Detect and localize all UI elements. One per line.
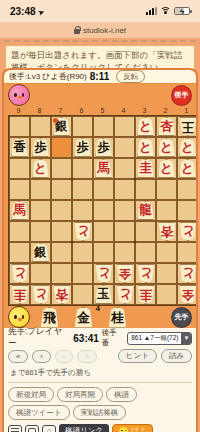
footer-toolbar: ⌂ 棋譜リンク ぴよ: [8, 424, 192, 432]
gote-avatar-chick-icon: [8, 84, 30, 106]
shogi-piece[interactable]: と: [179, 222, 197, 241]
board-cell[interactable]: と: [177, 263, 198, 284]
board-cell[interactable]: [72, 242, 93, 263]
shogi-piece[interactable]: 玉: [95, 285, 113, 304]
shogi-piece[interactable]: 歩: [95, 138, 113, 157]
shogi-piece[interactable]: 圭: [137, 159, 155, 178]
hand-piece[interactable]: 桂: [108, 307, 127, 328]
board-cell[interactable]: と: [156, 158, 177, 179]
hand-piece[interactable]: 金4: [74, 307, 93, 328]
battery-charging-icon: ϟ: [174, 7, 190, 15]
shogi-piece[interactable]: 圭: [11, 285, 29, 304]
board-cell[interactable]: [177, 200, 198, 221]
board-cell[interactable]: [156, 284, 177, 305]
shogi-piece[interactable]: 馬: [11, 201, 29, 220]
board-cell[interactable]: 香: [9, 137, 30, 158]
board-cell[interactable]: 玉: [93, 284, 114, 305]
board-cell[interactable]: [72, 179, 93, 200]
comment-button[interactable]: [25, 425, 39, 432]
board-cell[interactable]: と: [177, 158, 198, 179]
board-cell[interactable]: 圭: [9, 284, 30, 305]
star-point: [134, 241, 137, 244]
board-cell[interactable]: [114, 200, 135, 221]
chick-icon: [119, 427, 128, 432]
board-cell[interactable]: [9, 158, 30, 179]
nav-prev-button[interactable]: ‹: [32, 350, 51, 363]
gote-player-label: 後手:Lv3 ひよ香(R90): [9, 71, 87, 82]
game-card: 後手:Lv3 ひよ香(R90) 8:11 反転 後手 987654321 銀と杏…: [2, 68, 198, 432]
board-cell[interactable]: 銀: [51, 116, 72, 137]
shogi-piece[interactable]: と: [179, 264, 197, 283]
hint-button[interactable]: ヒント: [118, 349, 157, 363]
shogi-piece[interactable]: 歩: [32, 138, 50, 157]
sente-hand-tray: 飛金4桂 先手: [4, 306, 196, 328]
board-cell[interactable]: 杏: [156, 221, 177, 242]
sente-badge: 先手: [171, 307, 192, 328]
shogi-piece[interactable]: 杏: [53, 285, 71, 304]
board-cell[interactable]: と: [9, 263, 30, 284]
board-cell[interactable]: [51, 221, 72, 242]
flip-board-button[interactable]: 反転: [116, 70, 145, 83]
home-icon: ⌂: [46, 427, 51, 432]
board-cell[interactable]: [156, 263, 177, 284]
board-cell[interactable]: 圭: [135, 158, 156, 179]
hand-piece[interactable]: 飛: [40, 307, 59, 328]
shogi-piece[interactable]: 全: [116, 264, 134, 283]
current-move-label: 861 ▲7一銀(72): [128, 334, 181, 343]
board-cell[interactable]: 全: [177, 284, 198, 305]
mate-check-button[interactable]: 詰み: [161, 349, 192, 363]
lock-icon: [74, 29, 80, 34]
shogi-board[interactable]: 銀と杏王香歩歩歩とととと馬圭とと馬龍と杏と銀とと全とと圭と杏玉と圭全: [8, 115, 198, 306]
shogi-piece[interactable]: 圭: [137, 285, 155, 304]
shogi-piece[interactable]: 龍: [137, 201, 155, 220]
board-cell[interactable]: 銀: [30, 242, 51, 263]
board-cell[interactable]: [30, 200, 51, 221]
nav-next-button[interactable]: ›: [55, 350, 74, 363]
board-cell[interactable]: [93, 221, 114, 242]
board-cell[interactable]: [114, 116, 135, 137]
kifu-link-button[interactable]: 棋譜リンク: [59, 424, 109, 432]
board-cell[interactable]: 馬: [9, 200, 30, 221]
board-cell[interactable]: 圭: [135, 284, 156, 305]
board-cell[interactable]: [93, 242, 114, 263]
shogi-piece[interactable]: 全: [179, 285, 197, 304]
sente-hand-pieces[interactable]: 飛金4桂: [40, 307, 141, 328]
shogi-piece[interactable]: と: [158, 138, 176, 157]
turn-indicator: 後手番: [102, 328, 124, 348]
board-cell[interactable]: [114, 179, 135, 200]
board-cell[interactable]: [135, 221, 156, 242]
hand-piece-count: 4: [96, 304, 100, 313]
shogi-piece[interactable]: と: [158, 159, 176, 178]
board-cell[interactable]: [51, 179, 72, 200]
board-cell[interactable]: [30, 263, 51, 284]
app-banner-button[interactable]: ぴよ: [112, 424, 153, 432]
board-cell[interactable]: 全: [114, 263, 135, 284]
board-cell[interactable]: と: [135, 116, 156, 137]
shogi-piece[interactable]: と: [32, 285, 50, 304]
board-cell[interactable]: と: [156, 137, 177, 158]
board-cell[interactable]: と: [135, 263, 156, 284]
nav-first-button[interactable]: «: [8, 350, 28, 363]
file-label: 7: [50, 106, 71, 115]
board-cell[interactable]: と: [177, 137, 198, 158]
shogi-piece[interactable]: と: [179, 159, 197, 178]
board-cell[interactable]: [30, 221, 51, 242]
file-label: 6: [71, 106, 92, 115]
board-cell[interactable]: [156, 200, 177, 221]
board-cell[interactable]: [51, 242, 72, 263]
board-cell[interactable]: [177, 242, 198, 263]
board-cell[interactable]: [114, 242, 135, 263]
action-button[interactable]: 棋譜: [106, 387, 137, 402]
file-label: 2: [155, 106, 176, 115]
app-banner-label: ぴよ: [131, 426, 146, 432]
shogi-piece[interactable]: と: [137, 138, 155, 157]
shogi-piece[interactable]: と: [179, 138, 197, 157]
board-cell[interactable]: 歩: [30, 137, 51, 158]
file-label: 4: [113, 106, 134, 115]
status-bar: 23:48➤ ϟ: [0, 0, 200, 22]
sente-player-label: 先手:プレイヤー: [8, 326, 70, 350]
dashed-divider: [4, 40, 196, 42]
board-cell[interactable]: [135, 179, 156, 200]
action-button[interactable]: 棋譜ツイート: [8, 405, 70, 420]
shogi-piece[interactable]: 王: [179, 117, 197, 136]
action-button[interactable]: 新規対局: [8, 387, 54, 402]
board-cell[interactable]: [51, 263, 72, 284]
board-cell[interactable]: [72, 158, 93, 179]
shogi-piece[interactable]: 杏: [158, 222, 176, 241]
board-cell[interactable]: [177, 179, 198, 200]
board-cell[interactable]: [51, 200, 72, 221]
board-cell[interactable]: [30, 179, 51, 200]
shogi-piece[interactable]: 香: [11, 138, 29, 157]
board-cell[interactable]: [93, 179, 114, 200]
board-cell[interactable]: と: [30, 284, 51, 305]
control-panel: 先手:プレイヤー 63:41 後手番 861 ▲7一銀(72) ▼ « ‹ › …: [4, 328, 196, 432]
board-cell[interactable]: [156, 179, 177, 200]
shogi-piece[interactable]: 銀: [32, 243, 50, 262]
board-cell[interactable]: 龍: [135, 200, 156, 221]
action-buttons: 新規対局対局再開棋譜棋譜ツイート実戦詰将棋: [8, 382, 192, 420]
gote-hand-tray: 後手: [4, 84, 196, 106]
wifi-icon: [160, 7, 171, 15]
board-cell[interactable]: と: [93, 263, 114, 284]
board-cell[interactable]: [93, 116, 114, 137]
action-button[interactable]: 実戦詰将棋: [73, 405, 127, 420]
nav-last-button[interactable]: »: [77, 350, 97, 363]
board-cell[interactable]: [51, 137, 72, 158]
board-cell[interactable]: [114, 221, 135, 242]
sente-avatar-chick-icon: [8, 306, 30, 328]
board-cell[interactable]: 杏: [51, 284, 72, 305]
board-cell[interactable]: [72, 116, 93, 137]
star-point: [71, 178, 74, 181]
board-cell[interactable]: [72, 263, 93, 284]
gote-info-bar: 後手:Lv3 ひよ香(R90) 8:11 反転: [4, 70, 196, 84]
board-cell[interactable]: [9, 221, 30, 242]
board-cell[interactable]: [114, 137, 135, 158]
action-button[interactable]: 対局再開: [57, 387, 103, 402]
board-cell[interactable]: と: [114, 284, 135, 305]
hand-piece-tile: 金: [74, 307, 93, 328]
clock-time: 23:48: [10, 6, 36, 17]
board-cell[interactable]: [51, 158, 72, 179]
shogi-piece[interactable]: 歩: [74, 138, 92, 157]
shogi-piece[interactable]: 杏: [158, 117, 176, 136]
shogi-piece[interactable]: と: [137, 117, 155, 136]
board-cell[interactable]: [93, 200, 114, 221]
board-cell[interactable]: [156, 242, 177, 263]
dropdown-arrow-icon: ▼: [181, 333, 191, 344]
last-move-marker: [53, 118, 58, 123]
home-button[interactable]: ⌂: [42, 425, 56, 432]
gote-badge: 後手: [171, 85, 192, 106]
shogi-piece[interactable]: と: [32, 159, 50, 178]
board-cell[interactable]: と: [72, 221, 93, 242]
file-label: 9: [8, 106, 29, 115]
file-label: 8: [29, 106, 50, 115]
sente-clock: 63:41: [73, 333, 99, 344]
site-url: studiok-i.net: [83, 26, 126, 35]
browser-url-bar[interactable]: studiok-i.net: [0, 22, 200, 38]
board-cell[interactable]: 歩: [93, 137, 114, 158]
hand-piece-tile: 桂: [108, 307, 127, 328]
file-labels: 987654321: [4, 106, 196, 115]
speech-bubble-icon: [28, 428, 36, 432]
board-cell[interactable]: [135, 242, 156, 263]
menu-button[interactable]: [8, 425, 22, 432]
board-cell[interactable]: [9, 116, 30, 137]
board-cell[interactable]: 馬: [93, 158, 114, 179]
hamburger-icon: [11, 428, 19, 432]
board-cell[interactable]: と: [30, 158, 51, 179]
cellular-signal-icon: [146, 7, 157, 15]
board-cell[interactable]: と: [177, 221, 198, 242]
shogi-piece[interactable]: と: [74, 222, 92, 241]
star-point: [134, 178, 137, 181]
board-cell[interactable]: 杏: [156, 116, 177, 137]
board-cell[interactable]: [9, 242, 30, 263]
shogi-piece[interactable]: と: [116, 285, 134, 304]
board-cell[interactable]: 王: [177, 116, 198, 137]
board-cell[interactable]: [114, 158, 135, 179]
board-cell[interactable]: 歩: [72, 137, 93, 158]
file-label: 1: [176, 106, 197, 115]
star-point: [71, 241, 74, 244]
file-label: 5: [92, 106, 113, 115]
board-cell[interactable]: [72, 284, 93, 305]
shogi-piece[interactable]: 馬: [95, 159, 113, 178]
game-result-text: まで861手で先手の勝ち: [8, 368, 192, 378]
shogi-piece[interactable]: と: [11, 264, 29, 283]
hand-piece-tile: 飛: [40, 307, 59, 328]
board-cell[interactable]: [30, 116, 51, 137]
gote-clock: 8:11: [90, 71, 109, 82]
board-cell[interactable]: [72, 200, 93, 221]
shogi-piece[interactable]: と: [137, 264, 155, 283]
shogi-piece[interactable]: と: [95, 264, 113, 283]
move-history-dropdown[interactable]: 861 ▲7一銀(72) ▼: [127, 332, 192, 345]
board-cell[interactable]: と: [135, 137, 156, 158]
file-label: 3: [134, 106, 155, 115]
location-arrow-icon: ➤: [36, 7, 45, 18]
board-cell[interactable]: [9, 179, 30, 200]
